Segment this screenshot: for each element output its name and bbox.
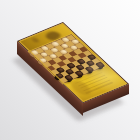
photo-backdrop [0,0,140,140]
